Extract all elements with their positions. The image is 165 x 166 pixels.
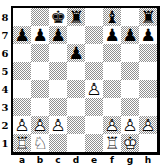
square-f4[interactable] — [103, 80, 121, 98]
black-pawn-piece: ♟ — [121, 26, 139, 44]
white-pawn-piece-fill: ♟ — [103, 116, 121, 134]
square-c7[interactable]: ♟ — [49, 26, 67, 44]
square-h2[interactable]: ♟♙ — [139, 116, 157, 134]
square-f7[interactable]: ♟ — [103, 26, 121, 44]
square-b3[interactable] — [31, 98, 49, 116]
black-rook-piece: ♜ — [67, 8, 85, 26]
rank-label-8: 8 — [0, 8, 10, 26]
file-label-e: e — [85, 155, 103, 166]
white-pawn-piece: ♙ — [13, 116, 31, 134]
square-d3[interactable] — [67, 98, 85, 116]
file-label-g: g — [121, 155, 139, 166]
square-e1[interactable] — [85, 134, 103, 152]
white-pawn-piece: ♙ — [121, 116, 139, 134]
square-b6[interactable] — [31, 44, 49, 62]
white-pawn-piece-fill: ♟ — [13, 116, 31, 134]
white-king-piece: ♔ — [121, 134, 139, 152]
square-e3[interactable] — [85, 98, 103, 116]
square-c8[interactable]: ♚ — [49, 8, 67, 26]
white-knight-piece-fill: ♞ — [31, 134, 49, 152]
square-e7[interactable] — [85, 26, 103, 44]
square-f8[interactable]: ♝ — [103, 8, 121, 26]
square-c5[interactable] — [49, 62, 67, 80]
file-label-d: d — [67, 155, 85, 166]
rank-label-1: 1 — [0, 134, 10, 152]
square-a7[interactable]: ♟ — [13, 26, 31, 44]
white-pawn-piece-fill: ♟ — [31, 116, 49, 134]
square-a4[interactable] — [13, 80, 31, 98]
file-label-f: f — [103, 155, 121, 166]
square-b8[interactable] — [31, 8, 49, 26]
square-f6[interactable] — [103, 44, 121, 62]
square-d1[interactable] — [67, 134, 85, 152]
square-e6[interactable] — [85, 44, 103, 62]
file-label-h: h — [139, 155, 157, 166]
white-rook-piece: ♖ — [103, 134, 121, 152]
rank-label-4: 4 — [0, 80, 10, 98]
square-e4[interactable]: ♟♙ — [85, 80, 103, 98]
square-a1[interactable]: ♜♖ — [13, 134, 31, 152]
chess-board: ♚♜♝♜♟♟♟♟♟♟♟♟♙♟♙♟♙♟♙♟♙♟♙♟♙♜♖♞♘♜♖♚♔ — [11, 6, 160, 155]
square-a2[interactable]: ♟♙ — [13, 116, 31, 134]
rank-label-2: 2 — [0, 116, 10, 134]
square-c6[interactable] — [49, 44, 67, 62]
square-d8[interactable]: ♜ — [67, 8, 85, 26]
white-pawn-piece: ♙ — [85, 80, 103, 98]
white-knight-piece: ♘ — [31, 134, 49, 152]
black-pawn-piece: ♟ — [103, 26, 121, 44]
square-h1[interactable] — [139, 134, 157, 152]
file-label-a: a — [13, 155, 31, 166]
square-h7[interactable]: ♟ — [139, 26, 157, 44]
square-f3[interactable] — [103, 98, 121, 116]
white-rook-piece: ♖ — [13, 134, 31, 152]
white-rook-piece-fill: ♜ — [103, 134, 121, 152]
square-f5[interactable] — [103, 62, 121, 80]
rank-label-3: 3 — [0, 98, 10, 116]
white-pawn-piece: ♙ — [139, 116, 157, 134]
white-pawn-piece-fill: ♟ — [85, 80, 103, 98]
square-d4[interactable] — [67, 80, 85, 98]
file-label-c: c — [49, 155, 67, 166]
black-pawn-piece: ♟ — [67, 44, 85, 62]
black-bishop-piece: ♝ — [103, 8, 121, 26]
square-d7[interactable] — [67, 26, 85, 44]
black-pawn-piece: ♟ — [13, 26, 31, 44]
square-h5[interactable] — [139, 62, 157, 80]
square-c2[interactable]: ♟♙ — [49, 116, 67, 134]
square-a8[interactable] — [13, 8, 31, 26]
square-d6[interactable]: ♟ — [67, 44, 85, 62]
square-g8[interactable] — [121, 8, 139, 26]
white-rook-piece-fill: ♜ — [13, 134, 31, 152]
white-pawn-piece-fill: ♟ — [49, 116, 67, 134]
black-pawn-piece: ♟ — [139, 26, 157, 44]
rank-label-5: 5 — [0, 62, 10, 80]
white-pawn-piece: ♙ — [31, 116, 49, 134]
chess-diagram: ♚♜♝♜♟♟♟♟♟♟♟♟♙♟♙♟♙♟♙♟♙♟♙♟♙♜♖♞♘♜♖♚♔ 876543… — [0, 0, 165, 166]
white-king-piece-fill: ♚ — [121, 134, 139, 152]
white-pawn-piece-fill: ♟ — [121, 116, 139, 134]
square-g1[interactable]: ♚♔ — [121, 134, 139, 152]
square-b5[interactable] — [31, 62, 49, 80]
rank-label-6: 6 — [0, 44, 10, 62]
white-pawn-piece: ♙ — [103, 116, 121, 134]
square-c1[interactable] — [49, 134, 67, 152]
square-c3[interactable] — [49, 98, 67, 116]
rank-label-7: 7 — [0, 26, 10, 44]
square-c4[interactable] — [49, 80, 67, 98]
black-rook-piece: ♜ — [139, 8, 157, 26]
black-pawn-piece: ♟ — [49, 26, 67, 44]
file-label-b: b — [31, 155, 49, 166]
square-h8[interactable]: ♜ — [139, 8, 157, 26]
square-b1[interactable]: ♞♘ — [31, 134, 49, 152]
white-pawn-piece: ♙ — [49, 116, 67, 134]
square-e8[interactable] — [85, 8, 103, 26]
square-f1[interactable]: ♜♖ — [103, 134, 121, 152]
square-h6[interactable] — [139, 44, 157, 62]
black-pawn-piece: ♟ — [31, 26, 49, 44]
square-b2[interactable]: ♟♙ — [31, 116, 49, 134]
black-king-piece: ♚ — [49, 8, 67, 26]
square-a6[interactable] — [13, 44, 31, 62]
square-g6[interactable] — [121, 44, 139, 62]
square-e2[interactable] — [85, 116, 103, 134]
square-a5[interactable] — [13, 62, 31, 80]
square-d2[interactable] — [67, 116, 85, 134]
square-f2[interactable]: ♟♙ — [103, 116, 121, 134]
square-g7[interactable]: ♟ — [121, 26, 139, 44]
square-g4[interactable] — [121, 80, 139, 98]
square-e5[interactable] — [85, 62, 103, 80]
square-g5[interactable] — [121, 62, 139, 80]
square-g3[interactable] — [121, 98, 139, 116]
square-b7[interactable]: ♟ — [31, 26, 49, 44]
square-a3[interactable] — [13, 98, 31, 116]
white-pawn-piece-fill: ♟ — [139, 116, 157, 134]
square-g2[interactable]: ♟♙ — [121, 116, 139, 134]
square-b4[interactable] — [31, 80, 49, 98]
square-d5[interactable] — [67, 62, 85, 80]
square-h3[interactable] — [139, 98, 157, 116]
square-h4[interactable] — [139, 80, 157, 98]
